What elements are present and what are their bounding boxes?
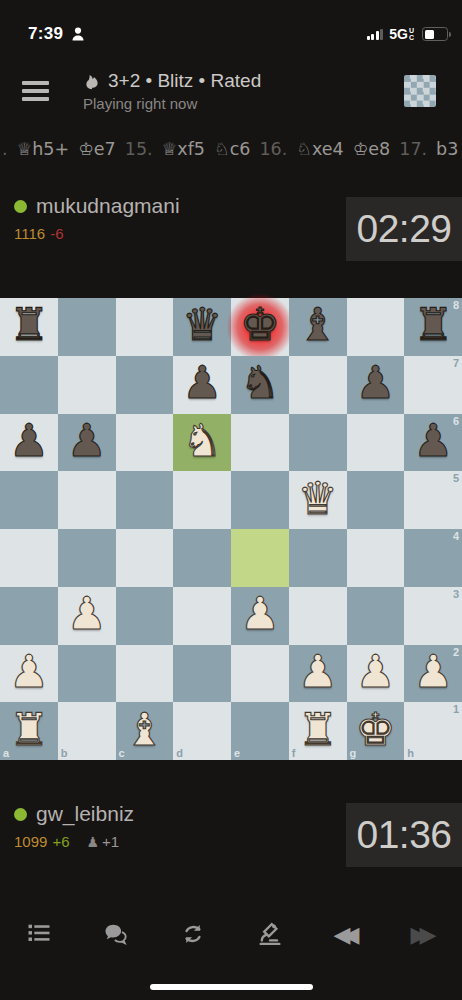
square-f3[interactable]	[289, 587, 347, 645]
white-rook[interactable]: ♜	[9, 707, 49, 752]
fast-forward-icon: ▶▶	[411, 922, 437, 947]
move-token[interactable]: b3	[436, 139, 458, 159]
microscope-icon	[256, 920, 284, 948]
status-time: 7:39	[28, 24, 63, 44]
black-bishop[interactable]: ♝	[297, 302, 337, 347]
square-b7[interactable]	[58, 356, 116, 414]
battery-icon	[422, 27, 448, 41]
square-b5[interactable]	[58, 471, 116, 529]
black-pawn[interactable]: ♟	[66, 418, 106, 463]
square-c1[interactable]: ♝c	[116, 702, 174, 760]
black-rook[interactable]: ♜	[9, 302, 49, 347]
black-pawn[interactable]: ♟	[9, 418, 49, 463]
white-pawn[interactable]: ♟	[240, 591, 280, 636]
rank-coordinate: 7	[453, 357, 459, 369]
square-f6[interactable]	[289, 414, 347, 472]
chess-board[interactable]: ♜♛♚♝♜8♟♞♟7♟♟♞♟6♛54♟♟3♟♟♟♟2♜ab♝cde♜f♚g1h	[0, 298, 462, 760]
flip-icon	[179, 920, 207, 948]
file-coordinate: b	[61, 747, 68, 759]
chat-button[interactable]	[77, 905, 154, 963]
white-queen[interactable]: ♛	[297, 476, 337, 521]
square-d4[interactable]	[173, 529, 231, 587]
square-c3[interactable]	[116, 587, 174, 645]
player-bottom: gw_leibniz 1099 +6 ♟ +1 01:36	[0, 798, 462, 870]
square-a8[interactable]: ♜	[0, 298, 58, 356]
square-b1[interactable]: b	[58, 702, 116, 760]
black-pawn[interactable]: ♟	[182, 360, 222, 405]
home-indicator[interactable]	[150, 984, 313, 990]
square-d2[interactable]	[173, 645, 231, 703]
square-a2[interactable]: ♟	[0, 645, 58, 703]
square-a6[interactable]: ♟	[0, 414, 58, 472]
signal-icon	[367, 28, 384, 40]
square-b6[interactable]: ♟	[58, 414, 116, 472]
square-a1[interactable]: ♜a	[0, 702, 58, 760]
square-e6[interactable]	[231, 414, 289, 472]
square-g3[interactable]	[347, 587, 405, 645]
move-token[interactable]: ♔e7	[78, 139, 116, 159]
file-coordinate: e	[234, 747, 240, 759]
black-pawn[interactable]: ♟	[413, 418, 453, 463]
square-c5[interactable]	[116, 471, 174, 529]
player-bottom-rating: 1099	[14, 833, 47, 850]
rank-coordinate: 3	[453, 588, 459, 600]
square-h6[interactable]: ♟6	[404, 414, 462, 472]
game-type-title: 3+2 • Blitz • Rated	[108, 70, 261, 92]
square-a3[interactable]	[0, 587, 58, 645]
square-f7[interactable]	[289, 356, 347, 414]
rank-coordinate: 5	[453, 472, 459, 484]
file-coordinate: a	[3, 747, 9, 759]
square-c8[interactable]	[116, 298, 174, 356]
move-token[interactable]: 15.	[125, 139, 153, 159]
player-top-name: mukudnagmani	[36, 194, 180, 218]
online-dot	[14, 808, 27, 821]
black-queen[interactable]: ♛	[182, 302, 222, 347]
white-rook[interactable]: ♜	[297, 707, 337, 752]
square-g2[interactable]: ♟	[347, 645, 405, 703]
black-knight[interactable]: ♞	[240, 360, 280, 405]
square-h3[interactable]: 3	[404, 587, 462, 645]
player-bottom-name: gw_leibniz	[36, 802, 134, 826]
white-pawn[interactable]: ♟	[413, 649, 453, 694]
square-h8[interactable]: ♜8	[404, 298, 462, 356]
fast-forward-button[interactable]: ▶▶	[385, 905, 462, 963]
move-token[interactable]: 16.	[259, 139, 287, 159]
square-d7[interactable]: ♟	[173, 356, 231, 414]
blitz-flame-icon	[83, 72, 101, 90]
move-token[interactable]: ♕xf5	[162, 139, 205, 159]
square-d5[interactable]	[173, 471, 231, 529]
rank-coordinate: 1	[453, 703, 459, 715]
pawn-icon: ♟	[86, 834, 99, 850]
game-menu-button[interactable]	[0, 905, 77, 963]
square-b8[interactable]	[58, 298, 116, 356]
black-king[interactable]: ♚	[240, 302, 280, 347]
square-h5[interactable]: 5	[404, 471, 462, 529]
white-bishop[interactable]: ♝	[124, 707, 164, 752]
material-advantage: ♟ +1	[86, 833, 119, 850]
file-coordinate: d	[176, 747, 183, 759]
rewind-button[interactable]: ◀◀	[308, 905, 385, 963]
player-top-clock: 02:29	[346, 197, 462, 261]
square-g7[interactable]: ♟	[347, 356, 405, 414]
analysis-button[interactable]	[231, 905, 308, 963]
square-f4[interactable]	[289, 529, 347, 587]
square-e7[interactable]: ♞	[231, 356, 289, 414]
square-e4[interactable]	[231, 529, 289, 587]
rank-coordinate: 8	[453, 299, 459, 311]
game-header: 3+2 • Blitz • Rated Playing right now	[0, 62, 462, 120]
square-g6[interactable]	[347, 414, 405, 472]
file-coordinate: h	[407, 747, 414, 759]
player-top: mukudnagmani 1116 -6 02:29	[0, 190, 462, 262]
square-c7[interactable]	[116, 356, 174, 414]
rank-coordinate: 4	[453, 530, 459, 542]
square-f1[interactable]: ♜f	[289, 702, 347, 760]
square-d6[interactable]: ♞	[173, 414, 231, 472]
square-d3[interactable]	[173, 587, 231, 645]
file-coordinate: g	[350, 747, 357, 759]
square-e1[interactable]: e	[231, 702, 289, 760]
square-c4[interactable]	[116, 529, 174, 587]
square-a7[interactable]	[0, 356, 58, 414]
player-bottom-clock: 01:36	[346, 803, 462, 867]
square-g4[interactable]	[347, 529, 405, 587]
square-h7[interactable]: 7	[404, 356, 462, 414]
square-f2[interactable]: ♟	[289, 645, 347, 703]
status-bar: 7:39 5G UC	[0, 0, 462, 54]
square-g1[interactable]: ♚g	[347, 702, 405, 760]
network-label: 5G UC	[389, 26, 414, 42]
square-e2[interactable]	[231, 645, 289, 703]
player-bottom-rating-diff: +6	[52, 833, 69, 850]
square-h4[interactable]: 4	[404, 529, 462, 587]
move-token[interactable]: ♘c6	[214, 139, 250, 159]
square-e5[interactable]	[231, 471, 289, 529]
white-pawn[interactable]: ♟	[297, 649, 337, 694]
file-coordinate: f	[292, 747, 296, 759]
flip-board-button[interactable]	[154, 905, 231, 963]
online-dot	[14, 200, 27, 213]
square-h1[interactable]: 1h	[404, 702, 462, 760]
square-c2[interactable]	[116, 645, 174, 703]
player-top-rating-diff: -6	[50, 225, 63, 242]
square-b3[interactable]: ♟	[58, 587, 116, 645]
square-a4[interactable]	[0, 529, 58, 587]
move-token[interactable]: ♘xe4	[296, 139, 343, 159]
move-token[interactable]: .	[2, 139, 8, 159]
square-g5[interactable]	[347, 471, 405, 529]
rank-coordinate: 2	[453, 646, 459, 658]
white-pawn[interactable]: ♟	[66, 591, 106, 636]
square-f5[interactable]: ♛	[289, 471, 347, 529]
square-e8[interactable]: ♚	[231, 298, 289, 356]
move-token[interactable]: 17.	[399, 139, 427, 159]
square-e3[interactable]: ♟	[231, 587, 289, 645]
square-c6[interactable]	[116, 414, 174, 472]
file-coordinate: c	[119, 747, 125, 759]
square-b2[interactable]	[58, 645, 116, 703]
black-rook[interactable]: ♜	[413, 302, 453, 347]
move-token[interactable]: ♕h5+	[17, 139, 70, 159]
move-token[interactable]: ♔e8	[353, 139, 391, 159]
list-icon	[25, 920, 53, 948]
bottom-toolbar: ◀◀ ▶▶	[0, 905, 462, 963]
white-knight[interactable]: ♞	[182, 418, 222, 463]
square-f8[interactable]: ♝	[289, 298, 347, 356]
square-d1[interactable]: d	[173, 702, 231, 760]
rewind-icon: ◀◀	[334, 922, 360, 947]
square-g8[interactable]	[347, 298, 405, 356]
square-a5[interactable]	[0, 471, 58, 529]
chat-icon	[102, 920, 130, 948]
board-thumbnail-icon[interactable]	[404, 75, 436, 107]
menu-button[interactable]	[18, 75, 53, 107]
move-list[interactable]: .♕h5+♔e715.♕xf5♘c616.♘xe4♔e817.b3♘e718.♘…	[0, 131, 462, 167]
game-status-subtitle: Playing right now	[83, 95, 261, 112]
white-king[interactable]: ♚	[355, 707, 395, 752]
square-b4[interactable]	[58, 529, 116, 587]
square-d8[interactable]: ♛	[173, 298, 231, 356]
player-top-rating: 1116	[14, 225, 45, 242]
white-pawn[interactable]: ♟	[355, 649, 395, 694]
white-pawn[interactable]: ♟	[9, 649, 49, 694]
profile-icon	[70, 26, 86, 42]
black-pawn[interactable]: ♟	[355, 360, 395, 405]
rank-coordinate: 6	[453, 415, 459, 427]
square-h2[interactable]: ♟2	[404, 645, 462, 703]
